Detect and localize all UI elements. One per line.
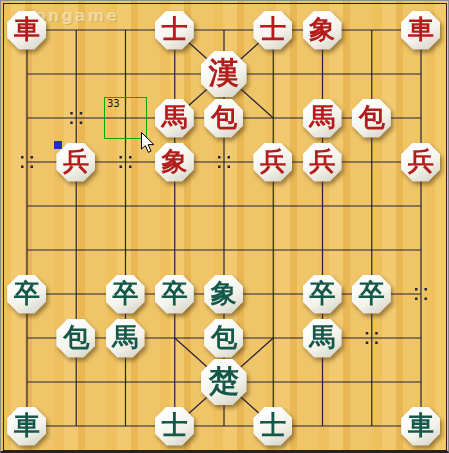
janggi-board[interactable]: ongame 車士士象車漢馬包馬包兵象兵兵兵卒卒卒象卒卒包馬包馬楚車士士車 33 xyxy=(0,0,449,453)
piece-cho-horse[interactable]: 馬 xyxy=(303,319,342,358)
piece-glyph: 兵 xyxy=(408,148,434,174)
piece-cho-horse[interactable]: 馬 xyxy=(106,319,145,358)
highlight-label: 33 xyxy=(107,98,120,109)
piece-glyph: 卒 xyxy=(112,280,138,306)
piece-glyph: 象 xyxy=(161,148,187,174)
piece-han-soldier[interactable]: 兵 xyxy=(303,143,342,182)
piece-cho-chariot[interactable]: 車 xyxy=(401,407,440,446)
piece-glyph: 士 xyxy=(161,412,187,438)
piece-han-soldier[interactable]: 兵 xyxy=(56,143,95,182)
piece-han-guard[interactable]: 士 xyxy=(253,11,292,50)
blue-marker xyxy=(54,141,62,149)
piece-cho-chariot[interactable]: 車 xyxy=(7,407,46,446)
piece-glyph: 兵 xyxy=(309,148,335,174)
piece-glyph: 象 xyxy=(309,16,335,42)
piece-cho-soldier[interactable]: 卒 xyxy=(7,275,46,314)
piece-cho-elephant[interactable]: 象 xyxy=(204,275,243,314)
piece-glyph: 兵 xyxy=(260,148,286,174)
piece-glyph: 車 xyxy=(14,16,40,42)
piece-glyph: 車 xyxy=(408,412,434,438)
piece-glyph: 包 xyxy=(211,324,237,350)
piece-han-elephant[interactable]: 象 xyxy=(155,143,194,182)
piece-glyph: 卒 xyxy=(309,280,335,306)
piece-cho-guard[interactable]: 士 xyxy=(155,407,194,446)
piece-cho-soldier[interactable]: 卒 xyxy=(106,275,145,314)
piece-han-soldier[interactable]: 兵 xyxy=(253,143,292,182)
piece-glyph: 漢 xyxy=(209,58,239,88)
piece-glyph: 包 xyxy=(358,104,384,130)
piece-glyph: 象 xyxy=(211,280,237,306)
highlight-square: 33 xyxy=(104,97,147,139)
piece-cho-general[interactable]: 楚 xyxy=(201,359,247,405)
piece-cho-guard[interactable]: 士 xyxy=(253,407,292,446)
piece-glyph: 馬 xyxy=(112,324,138,350)
piece-cho-soldier[interactable]: 卒 xyxy=(303,275,342,314)
piece-cho-soldier[interactable]: 卒 xyxy=(155,275,194,314)
piece-cho-cannon[interactable]: 包 xyxy=(56,319,95,358)
piece-glyph: 卒 xyxy=(358,280,384,306)
piece-han-soldier[interactable]: 兵 xyxy=(401,143,440,182)
piece-glyph: 士 xyxy=(260,16,286,42)
piece-han-cannon[interactable]: 包 xyxy=(204,99,243,138)
piece-layer: 車士士象車漢馬包馬包兵象兵兵兵卒卒卒象卒卒包馬包馬楚車士士車 xyxy=(2,8,446,448)
piece-glyph: 車 xyxy=(408,16,434,42)
piece-glyph: 士 xyxy=(161,16,187,42)
piece-glyph: 車 xyxy=(14,412,40,438)
piece-glyph: 兵 xyxy=(63,148,89,174)
piece-glyph: 馬 xyxy=(161,104,187,130)
piece-han-guard[interactable]: 士 xyxy=(155,11,194,50)
piece-han-horse[interactable]: 馬 xyxy=(303,99,342,138)
piece-glyph: 馬 xyxy=(309,324,335,350)
piece-cho-cannon[interactable]: 包 xyxy=(204,319,243,358)
piece-glyph: 士 xyxy=(260,412,286,438)
piece-glyph: 馬 xyxy=(309,104,335,130)
piece-glyph: 楚 xyxy=(209,366,239,396)
piece-han-elephant[interactable]: 象 xyxy=(303,11,342,50)
piece-glyph: 卒 xyxy=(14,280,40,306)
piece-glyph: 卒 xyxy=(161,280,187,306)
piece-glyph: 包 xyxy=(63,324,89,350)
piece-cho-soldier[interactable]: 卒 xyxy=(352,275,391,314)
piece-han-horse[interactable]: 馬 xyxy=(155,99,194,138)
piece-glyph: 包 xyxy=(211,104,237,130)
piece-han-cannon[interactable]: 包 xyxy=(352,99,391,138)
piece-han-chariot[interactable]: 車 xyxy=(7,11,46,50)
piece-han-chariot[interactable]: 車 xyxy=(401,11,440,50)
piece-han-general[interactable]: 漢 xyxy=(201,51,247,97)
